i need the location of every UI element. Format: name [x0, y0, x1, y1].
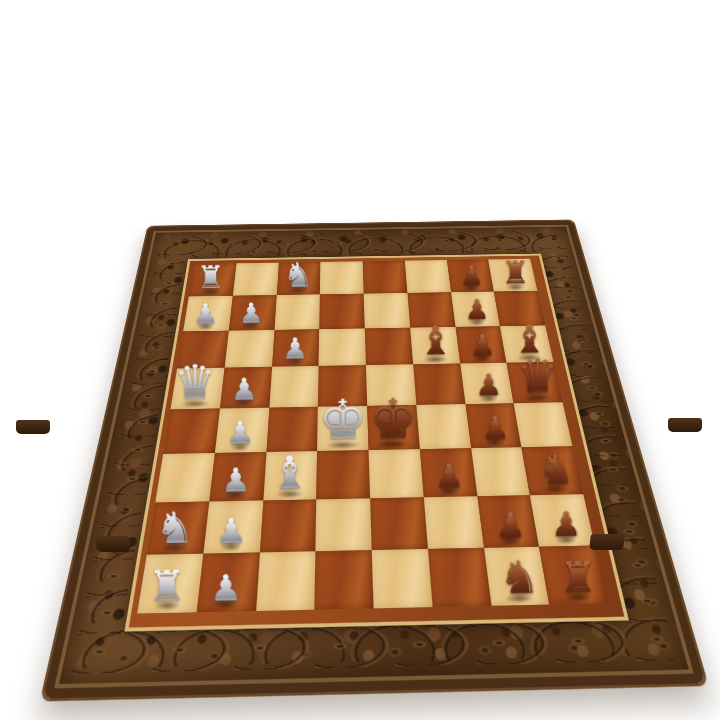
square-h5[interactable]	[372, 549, 433, 608]
square-g7[interactable]: ♟	[477, 495, 539, 548]
square-d7[interactable]: ♟	[460, 363, 514, 404]
board-perspective-wrap: ♜♞♟♜♟♟♟♟♝♟♝♛♟♟♛♟♚♚♟♟♝♟♞♞♟♟♟♜♟♞♜	[47, 221, 682, 679]
piece-white-pawn-g2[interactable]: ♟	[216, 514, 247, 549]
piece-black-pawn-a7[interactable]: ♟	[460, 262, 484, 289]
square-b4[interactable]	[319, 294, 364, 329]
piece-black-rook-h8[interactable]: ♜	[559, 557, 597, 600]
square-h2[interactable]: ♟	[196, 553, 259, 612]
piece-white-pawn-d2[interactable]: ♟	[231, 374, 258, 405]
piece-black-pawn-d7[interactable]: ♟	[475, 370, 502, 400]
square-a1[interactable]: ♜	[189, 263, 236, 296]
square-d6[interactable]	[413, 364, 465, 405]
square-b7[interactable]: ♟	[451, 291, 500, 326]
square-a5[interactable]	[363, 261, 408, 294]
piece-white-rook-h1[interactable]: ♜	[148, 565, 187, 608]
square-c6[interactable]: ♝	[410, 327, 460, 365]
piece-white-pawn-c3[interactable]: ♟	[282, 334, 308, 363]
square-e8[interactable]	[514, 402, 573, 447]
board-foot-side-left	[16, 420, 50, 434]
square-f6[interactable]: ♟	[420, 448, 477, 497]
square-e2[interactable]: ♟	[215, 408, 269, 453]
piece-black-pawn-f6[interactable]: ♟	[435, 459, 465, 492]
board-foot-front-left	[95, 536, 131, 552]
square-g2[interactable]: ♟	[203, 500, 263, 554]
piece-black-pawn-g8[interactable]: ♟	[551, 507, 582, 542]
board-foot-side-right	[668, 418, 702, 432]
square-a4[interactable]	[320, 261, 364, 294]
piece-white-pawn-f2[interactable]: ♟	[221, 463, 251, 496]
square-e3[interactable]	[266, 407, 318, 452]
piece-black-knight-f8[interactable]: ♞	[537, 448, 575, 490]
piece-white-pawn-e2[interactable]: ♟	[226, 417, 255, 449]
square-g1[interactable]: ♞	[147, 501, 209, 555]
carved-walnut-frame: ♜♞♟♜♟♟♟♟♝♟♝♛♟♟♛♟♚♚♟♟♝♟♞♞♟♟♟♜♟♞♜	[43, 221, 706, 699]
square-f8[interactable]: ♞	[522, 446, 584, 495]
piece-white-pawn-h2[interactable]: ♟	[210, 570, 243, 607]
square-f3[interactable]: ♝	[263, 451, 317, 500]
board-foot-front-right	[589, 534, 625, 550]
square-g5[interactable]	[370, 497, 428, 551]
square-g4[interactable]	[316, 498, 372, 552]
product-photo-scene: ♜♞♟♜♟♟♟♟♝♟♝♛♟♟♛♟♚♚♟♟♝♟♞♞♟♟♟♜♟♞♜	[0, 0, 720, 720]
piece-white-pawn-b2[interactable]: ♟	[239, 299, 264, 327]
square-c4[interactable]	[319, 328, 366, 366]
square-f5[interactable]	[369, 449, 424, 498]
square-h3[interactable]	[256, 552, 316, 611]
square-f2[interactable]: ♟	[209, 452, 266, 501]
square-d8[interactable]: ♛	[507, 362, 563, 403]
piece-white-knight-a3[interactable]: ♞	[283, 258, 314, 292]
square-a6[interactable]	[405, 260, 451, 293]
square-e4[interactable]: ♚	[317, 406, 368, 451]
chess-board: ♜♞♟♜♟♟♟♟♝♟♝♛♟♟♛♟♚♚♟♟♝♟♞♞♟♟♟♜♟♞♜	[137, 259, 608, 614]
square-b1[interactable]: ♟	[183, 296, 232, 331]
square-e5[interactable]: ♚	[367, 405, 419, 450]
square-d3[interactable]	[269, 366, 319, 407]
square-h4[interactable]	[315, 550, 374, 609]
square-a8[interactable]: ♜	[488, 259, 537, 292]
square-a3[interactable]: ♞	[276, 262, 320, 295]
square-e6[interactable]	[416, 404, 471, 449]
square-a7[interactable]: ♟	[447, 259, 495, 292]
square-d1[interactable]: ♛	[170, 368, 224, 410]
square-h1[interactable]: ♜	[137, 554, 203, 613]
square-c3[interactable]: ♟	[272, 329, 320, 367]
piece-white-pawn-b1[interactable]: ♟	[193, 300, 218, 328]
piece-white-king-e4[interactable]: ♚	[318, 392, 367, 447]
piece-black-pawn-b7[interactable]: ♟	[464, 295, 489, 323]
piece-black-king-e5[interactable]: ♚	[369, 391, 418, 446]
piece-black-pawn-e7[interactable]: ♟	[481, 412, 509, 444]
piece-black-bishop-c6[interactable]: ♝	[418, 321, 454, 361]
square-e1[interactable]	[163, 409, 220, 454]
square-c7[interactable]: ♟	[455, 326, 507, 364]
square-e7[interactable]: ♟	[465, 403, 522, 448]
piece-black-knight-h7[interactable]: ♞	[499, 554, 540, 600]
piece-black-pawn-g7[interactable]: ♟	[495, 509, 526, 544]
square-g3[interactable]	[259, 499, 316, 553]
square-g6[interactable]	[424, 496, 484, 550]
square-a2[interactable]	[233, 263, 279, 296]
square-c2[interactable]	[224, 330, 274, 368]
square-b2[interactable]: ♟	[229, 295, 277, 330]
piece-black-pawn-c7[interactable]: ♟	[470, 331, 496, 360]
piece-white-knight-g1[interactable]: ♞	[155, 506, 195, 550]
piece-black-queen-d8[interactable]: ♛	[516, 352, 559, 400]
piece-white-queen-d1[interactable]: ♛	[174, 358, 217, 406]
piece-black-rook-a8[interactable]: ♜	[501, 257, 529, 289]
square-d2[interactable]: ♟	[220, 367, 272, 408]
square-h7[interactable]: ♞	[484, 547, 550, 606]
square-h6[interactable]	[428, 548, 491, 607]
piece-white-bishop-f3[interactable]: ♝	[269, 450, 310, 496]
piece-white-rook-a1[interactable]: ♜	[197, 262, 226, 294]
